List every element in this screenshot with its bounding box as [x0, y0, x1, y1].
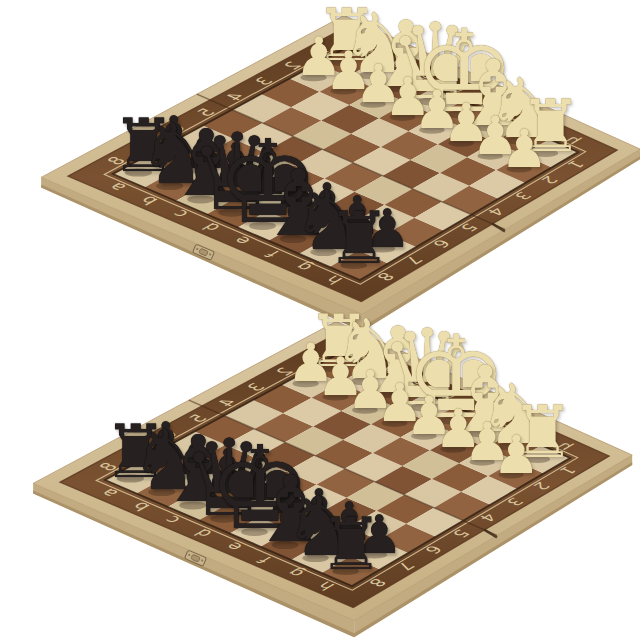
product-photo-top: aabbccddeeffgghh8877665544332211♜♞♟♝♟♛♟♚…	[8, 2, 640, 342]
piece-white-pawn-h2: ♟	[492, 428, 540, 481]
piece-black-rook-h8: ♜	[319, 508, 384, 580]
piece-black-rook-h8: ♜	[327, 202, 392, 274]
product-photo-bottom: aabbccddeeffgghh8877665544332211♜♞♟♝♟♛♟♚…	[0, 308, 640, 640]
piece-white-pawn-h2: ♟	[500, 122, 548, 175]
page: { "game": "chess", "scene": "two identic…	[0, 0, 640, 640]
